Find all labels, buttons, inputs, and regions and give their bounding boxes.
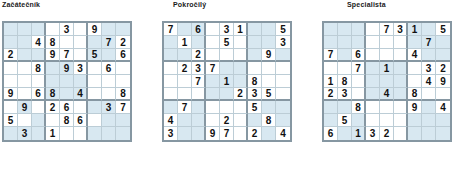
sudoku-cell xyxy=(88,36,102,49)
sudoku-cell: 6 xyxy=(352,49,366,62)
sudoku-cell xyxy=(234,62,248,75)
sudoku-cell xyxy=(394,88,408,101)
sudoku-cell xyxy=(46,23,60,36)
sudoku-cell xyxy=(32,101,46,114)
sudoku-cell xyxy=(394,49,408,62)
sudoku-cell xyxy=(234,114,248,127)
sudoku-cell xyxy=(262,62,276,75)
sudoku-cell xyxy=(366,75,380,88)
sudoku-cell xyxy=(436,36,450,49)
sudoku-cell xyxy=(380,49,394,62)
sudoku-cell xyxy=(394,36,408,49)
sudoku-cell xyxy=(178,75,192,88)
sudoku-cell: 8 xyxy=(46,36,60,49)
sudoku-cell xyxy=(324,23,338,36)
sudoku-cell xyxy=(74,49,88,62)
sudoku-cell xyxy=(18,114,32,127)
sudoku-cell xyxy=(262,23,276,36)
sudoku-cell xyxy=(4,62,18,75)
sudoku-cell xyxy=(324,36,338,49)
sudoku-cell: 9 xyxy=(262,49,276,62)
sudoku-cell: 3 xyxy=(394,23,408,36)
sudoku-cell xyxy=(32,127,46,140)
sudoku-cell xyxy=(192,88,206,101)
sudoku-cell xyxy=(178,88,192,101)
sudoku-cell: 1 xyxy=(324,75,338,88)
sudoku-cell: 7 xyxy=(380,23,394,36)
sudoku-cell: 6 xyxy=(192,23,206,36)
sudoku-cell: 8 xyxy=(46,88,60,101)
sudoku-cell: 8 xyxy=(116,88,130,101)
sudoku-cell: 2 xyxy=(234,88,248,101)
sudoku-cell xyxy=(32,49,46,62)
sudoku-cell xyxy=(102,127,116,140)
sudoku-cell xyxy=(46,62,60,75)
sudoku-cell xyxy=(352,88,366,101)
sudoku-cell: 2 xyxy=(220,114,234,127)
sudoku-cell xyxy=(102,75,116,88)
sudoku-cell: 7 xyxy=(324,49,338,62)
sudoku-cell: 1 xyxy=(220,75,234,88)
sudoku-cell xyxy=(102,49,116,62)
sudoku-cell: 5 xyxy=(436,23,450,36)
sudoku-cell: 7 xyxy=(60,49,74,62)
sudoku-cell xyxy=(164,62,178,75)
sudoku-cell xyxy=(262,101,276,114)
sudoku-cell xyxy=(394,114,408,127)
sudoku-cell xyxy=(366,101,380,114)
sudoku-cell xyxy=(164,101,178,114)
sudoku-cell xyxy=(248,23,262,36)
sudoku-cell xyxy=(32,75,46,88)
sudoku-cell xyxy=(276,88,290,101)
sudoku-cell: 3 xyxy=(102,101,116,114)
sudoku-cell xyxy=(164,88,178,101)
sudoku-cell: 9 xyxy=(60,62,74,75)
sudoku-grid-beginner: 394872297568936968489263758631 xyxy=(2,21,132,142)
sudoku-cell xyxy=(206,88,220,101)
sudoku-cell xyxy=(324,101,338,114)
puzzle-title-specialist: Specialista xyxy=(347,1,386,8)
sudoku-cell xyxy=(436,114,450,127)
sudoku-cell: 2 xyxy=(192,49,206,62)
sudoku-cell xyxy=(4,101,18,114)
sudoku-cell: 2 xyxy=(380,127,394,140)
sudoku-cell xyxy=(164,75,178,88)
sudoku-cell xyxy=(248,49,262,62)
sudoku-cell xyxy=(338,36,352,49)
sudoku-cell: 8 xyxy=(262,114,276,127)
sudoku-cell xyxy=(436,88,450,101)
sudoku-cell xyxy=(276,101,290,114)
sudoku-cell xyxy=(422,114,436,127)
sudoku-cell xyxy=(88,101,102,114)
sudoku-cell: 8 xyxy=(32,62,46,75)
sudoku-cell: 1 xyxy=(46,127,60,140)
sudoku-cell xyxy=(220,88,234,101)
sudoku-cell: 9 xyxy=(18,101,32,114)
sudoku-cell: 2 xyxy=(436,62,450,75)
sudoku-cell xyxy=(4,127,18,140)
sudoku-cell xyxy=(102,88,116,101)
sudoku-cell: 7 xyxy=(178,101,192,114)
sudoku-cell xyxy=(338,62,352,75)
sudoku-cell: 3 xyxy=(60,23,74,36)
sudoku-cell: 2 xyxy=(178,62,192,75)
sudoku-cell: 4 xyxy=(422,75,436,88)
sudoku-cell: 8 xyxy=(60,114,74,127)
sudoku-cell: 3 xyxy=(192,62,206,75)
sudoku-cell xyxy=(408,75,422,88)
sudoku-cell: 3 xyxy=(220,23,234,36)
sudoku-cell xyxy=(408,36,422,49)
sudoku-cell: 1 xyxy=(352,127,366,140)
sudoku-cell xyxy=(4,23,18,36)
sudoku-cell xyxy=(206,49,220,62)
sudoku-cell: 3 xyxy=(366,127,380,140)
sudoku-cell xyxy=(380,114,394,127)
sudoku-cell xyxy=(74,127,88,140)
sudoku-cell xyxy=(60,75,74,88)
sudoku-grid-specialist: 7315776471321849234889456132 xyxy=(322,21,452,142)
sudoku-cell xyxy=(206,101,220,114)
sudoku-cell xyxy=(116,114,130,127)
sudoku-cell xyxy=(234,75,248,88)
sudoku-cell xyxy=(88,62,102,75)
sudoku-cell xyxy=(74,23,88,36)
sudoku-cell xyxy=(366,88,380,101)
sudoku-cell xyxy=(18,23,32,36)
sudoku-cell xyxy=(422,127,436,140)
sudoku-cell xyxy=(262,127,276,140)
sudoku-cell: 3 xyxy=(338,88,352,101)
sudoku-cell xyxy=(422,101,436,114)
sudoku-cell xyxy=(408,62,422,75)
sudoku-cell xyxy=(366,23,380,36)
sudoku-cell: 1 xyxy=(408,23,422,36)
sudoku-cell xyxy=(366,62,380,75)
sudoku-cell xyxy=(88,75,102,88)
sudoku-cell xyxy=(88,88,102,101)
sudoku-cell: 8 xyxy=(408,88,422,101)
sudoku-cell: 5 xyxy=(262,88,276,101)
sudoku-cell xyxy=(248,114,262,127)
sudoku-cell: 5 xyxy=(4,114,18,127)
sudoku-cell: 4 xyxy=(32,36,46,49)
sudoku-cell xyxy=(88,127,102,140)
puzzle-title-advanced: Pokročilý xyxy=(173,1,206,8)
sudoku-cell xyxy=(116,75,130,88)
sudoku-cell xyxy=(178,114,192,127)
sudoku-cell xyxy=(422,88,436,101)
sudoku-cell: 7 xyxy=(164,23,178,36)
sudoku-cell xyxy=(324,62,338,75)
sudoku-cell xyxy=(408,127,422,140)
sudoku-cell xyxy=(18,75,32,88)
sudoku-cell: 8 xyxy=(338,75,352,88)
sudoku-cell xyxy=(164,49,178,62)
sudoku-cell: 5 xyxy=(338,114,352,127)
sudoku-cell: 5 xyxy=(220,36,234,49)
sudoku-cell xyxy=(324,114,338,127)
sudoku-cell xyxy=(366,36,380,49)
sudoku-cell: 1 xyxy=(234,23,248,36)
sudoku-cell xyxy=(352,36,366,49)
sudoku-cell: 7 xyxy=(206,62,220,75)
sudoku-cell: 7 xyxy=(352,62,366,75)
sudoku-cell: 6 xyxy=(74,114,88,127)
sudoku-cell: 6 xyxy=(324,127,338,140)
sudoku-cell xyxy=(192,36,206,49)
sudoku-cell: 3 xyxy=(164,127,178,140)
sudoku-cell xyxy=(102,23,116,36)
sudoku-cell xyxy=(262,75,276,88)
sudoku-cell: 8 xyxy=(248,75,262,88)
sudoku-cell: 2 xyxy=(116,36,130,49)
sudoku-cell: 7 xyxy=(102,36,116,49)
sudoku-cell xyxy=(422,23,436,36)
sudoku-cell: 5 xyxy=(276,23,290,36)
sudoku-cell xyxy=(394,75,408,88)
sudoku-cell xyxy=(206,114,220,127)
sudoku-cell: 7 xyxy=(422,36,436,49)
sudoku-cell: 9 xyxy=(88,23,102,36)
sudoku-cell xyxy=(248,62,262,75)
sudoku-cell xyxy=(338,101,352,114)
sudoku-cell: 6 xyxy=(102,62,116,75)
sudoku-cell xyxy=(220,62,234,75)
sudoku-cell xyxy=(234,127,248,140)
sudoku-cell xyxy=(32,114,46,127)
sudoku-cell xyxy=(206,75,220,88)
sudoku-cell: 3 xyxy=(74,62,88,75)
sudoku-cell: 7 xyxy=(116,101,130,114)
sudoku-cell xyxy=(380,75,394,88)
sudoku-cell xyxy=(164,36,178,49)
sudoku-cell: 1 xyxy=(178,36,192,49)
sudoku-cell xyxy=(352,23,366,36)
sudoku-cell xyxy=(4,75,18,88)
sudoku-cell: 7 xyxy=(220,127,234,140)
sudoku-cell: 7 xyxy=(192,75,206,88)
sudoku-cell: 1 xyxy=(380,62,394,75)
sudoku-cell xyxy=(88,114,102,127)
sudoku-cell xyxy=(192,114,206,127)
sudoku-cell: 6 xyxy=(116,49,130,62)
sudoku-cell xyxy=(352,114,366,127)
sudoku-cell xyxy=(380,101,394,114)
sudoku-cell xyxy=(248,36,262,49)
sudoku-cell xyxy=(60,36,74,49)
sudoku-cell: 9 xyxy=(408,101,422,114)
sudoku-cell xyxy=(74,101,88,114)
sudoku-cell: 2 xyxy=(4,49,18,62)
sudoku-cell xyxy=(4,36,18,49)
sudoku-cell xyxy=(220,101,234,114)
sudoku-cell: 3 xyxy=(422,62,436,75)
sudoku-cell xyxy=(206,23,220,36)
sudoku-cell xyxy=(394,101,408,114)
sudoku-cell xyxy=(116,62,130,75)
sudoku-cell xyxy=(74,36,88,49)
sudoku-cell xyxy=(46,114,60,127)
sudoku-cell xyxy=(102,114,116,127)
sudoku-cell: 4 xyxy=(380,88,394,101)
sudoku-cell xyxy=(234,101,248,114)
sudoku-cell xyxy=(352,75,366,88)
sudoku-cell: 8 xyxy=(352,101,366,114)
sudoku-cell xyxy=(192,101,206,114)
sudoku-cell xyxy=(366,114,380,127)
sudoku-cell xyxy=(338,49,352,62)
sudoku-cell xyxy=(276,49,290,62)
sudoku-cell: 4 xyxy=(408,49,422,62)
sudoku-cell xyxy=(60,88,74,101)
sudoku-cell: 3 xyxy=(276,36,290,49)
sudoku-cell xyxy=(116,23,130,36)
sudoku-cell xyxy=(60,127,74,140)
sudoku-cell: 2 xyxy=(46,101,60,114)
puzzle-title-beginner: Začátečník xyxy=(2,1,40,8)
sudoku-cell xyxy=(234,36,248,49)
sudoku-cell: 9 xyxy=(46,49,60,62)
sudoku-cell: 3 xyxy=(18,127,32,140)
sudoku-cell: 4 xyxy=(164,114,178,127)
sudoku-cell: 4 xyxy=(436,101,450,114)
sudoku-cell xyxy=(422,49,436,62)
sudoku-cell xyxy=(366,49,380,62)
sudoku-cell: 5 xyxy=(88,49,102,62)
sudoku-cell: 4 xyxy=(276,127,290,140)
sudoku-cell xyxy=(276,75,290,88)
sudoku-grid-advanced: 76315153292377182357542839724 xyxy=(162,21,292,142)
sudoku-cell xyxy=(276,114,290,127)
sudoku-cell: 9 xyxy=(206,127,220,140)
sudoku-cell xyxy=(338,127,352,140)
sudoku-cell: 9 xyxy=(436,75,450,88)
sudoku-cell xyxy=(276,62,290,75)
sudoku-cell: 6 xyxy=(32,88,46,101)
sudoku-cell: 4 xyxy=(74,88,88,101)
sudoku-cell xyxy=(18,36,32,49)
sudoku-cell xyxy=(220,49,234,62)
sudoku-cell xyxy=(18,49,32,62)
sudoku-cell: 9 xyxy=(4,88,18,101)
sudoku-cell: 2 xyxy=(248,127,262,140)
sudoku-cell xyxy=(74,75,88,88)
sudoku-cell xyxy=(192,127,206,140)
sudoku-cell xyxy=(408,114,422,127)
sudoku-cell xyxy=(436,127,450,140)
sudoku-cell xyxy=(178,127,192,140)
sudoku-cell xyxy=(394,62,408,75)
sudoku-cell xyxy=(380,36,394,49)
sudoku-cell xyxy=(234,49,248,62)
sudoku-cell xyxy=(262,36,276,49)
sudoku-cell xyxy=(338,23,352,36)
sudoku-cell xyxy=(18,62,32,75)
sudoku-cell xyxy=(46,75,60,88)
sudoku-cell xyxy=(436,49,450,62)
sudoku-cell: 6 xyxy=(60,101,74,114)
sudoku-cell: 3 xyxy=(248,88,262,101)
sudoku-cell: 5 xyxy=(248,101,262,114)
sudoku-cell xyxy=(178,23,192,36)
sudoku-cell xyxy=(18,88,32,101)
sudoku-cell xyxy=(178,49,192,62)
sudoku-cell xyxy=(394,127,408,140)
sudoku-cell xyxy=(116,127,130,140)
sudoku-cell xyxy=(206,36,220,49)
sudoku-cell xyxy=(32,23,46,36)
sudoku-cell: 2 xyxy=(324,88,338,101)
